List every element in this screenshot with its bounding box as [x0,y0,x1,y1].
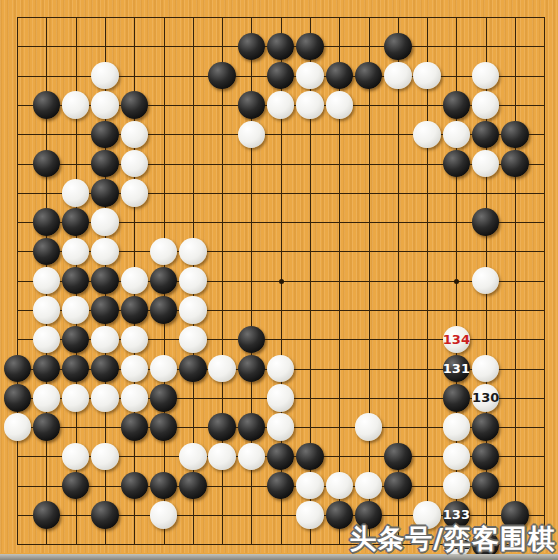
stone-black [150,413,177,440]
stone-white [443,413,470,440]
stone-white [121,121,148,148]
stone-white [267,91,294,118]
stone-black [238,326,265,353]
stone-white [208,355,235,382]
stone-white [121,384,148,411]
stone-black [33,501,60,528]
stone-white [62,179,89,206]
stone-black [33,238,60,265]
stone-black [91,501,118,528]
stone-white [238,121,265,148]
stone-black [91,150,118,177]
stone-black [150,472,177,499]
stone-white [91,443,118,470]
move-number-label: 134 [443,333,470,346]
stone-white [443,443,470,470]
stone-white [355,413,382,440]
stone-white [91,208,118,235]
stone-white-move-134: 134 [443,326,470,353]
stone-white [296,501,323,528]
stone-black [150,296,177,323]
stone-white [91,326,118,353]
stone-black [179,355,206,382]
stone-white [121,150,148,177]
watermark-text: 头条号/弈客围棋 [349,521,556,557]
stone-black [208,413,235,440]
stone-white [91,91,118,118]
stone-black [443,150,470,177]
stone-black [4,355,31,382]
stone-white [62,238,89,265]
stone-black [91,179,118,206]
stone-white [413,121,440,148]
stone-black [443,384,470,411]
go-board: 134131130133132 [0,0,558,553]
stone-black [501,121,528,148]
move-number-label: 133 [443,508,470,521]
stone-white [296,472,323,499]
stone-white [121,267,148,294]
move-number-label: 131 [443,362,470,375]
stone-white [443,472,470,499]
stone-black [384,33,411,60]
stone-black-move-131: 131 [443,355,470,382]
stone-black [91,355,118,382]
stone-black [238,91,265,118]
stone-black [384,443,411,470]
stone-black [267,62,294,89]
stone-white [62,91,89,118]
stone-white [267,413,294,440]
move-number-label: 130 [472,391,499,404]
stone-black [472,443,499,470]
stone-black [267,443,294,470]
stone-white [33,296,60,323]
stone-black [62,326,89,353]
stone-white-move-130: 130 [472,384,499,411]
stone-white [33,384,60,411]
grid-vline [544,17,545,545]
stone-white [121,355,148,382]
stone-black [121,413,148,440]
stone-black [150,384,177,411]
stone-black [91,296,118,323]
stone-black [33,413,60,440]
stone-white [91,384,118,411]
stone-black [33,91,60,118]
stone-black [4,384,31,411]
stone-white [296,62,323,89]
stone-black [472,472,499,499]
stone-black [62,355,89,382]
stone-white [472,91,499,118]
stone-black [150,267,177,294]
stone-white [91,238,118,265]
stone-black [33,355,60,382]
stone-black [121,296,148,323]
stone-white [62,443,89,470]
stone-black [472,121,499,148]
stone-black [33,150,60,177]
stone-black [472,208,499,235]
stone-white [296,91,323,118]
stone-white [179,267,206,294]
stone-white [413,62,440,89]
stone-black [121,91,148,118]
stone-white [208,443,235,470]
stone-white [472,355,499,382]
stone-white [150,501,177,528]
stone-white [179,443,206,470]
stone-white [62,296,89,323]
stone-black [179,472,206,499]
stone-black [62,472,89,499]
stone-black [267,33,294,60]
stone-white [33,326,60,353]
stone-white [121,326,148,353]
grid-vline [515,17,516,545]
stone-white [33,267,60,294]
stone-black [62,208,89,235]
stone-white [150,238,177,265]
stone-white [472,150,499,177]
stone-black [443,91,470,118]
stone-white [4,413,31,440]
stone-black [33,208,60,235]
star-point [454,279,459,284]
stone-white [267,355,294,382]
star-point [279,279,284,284]
stone-black [355,62,382,89]
stone-white [443,121,470,148]
stone-black [91,121,118,148]
stone-black [91,267,118,294]
stone-white [267,384,294,411]
stone-black [501,150,528,177]
stone-white [472,267,499,294]
stone-white [121,179,148,206]
stone-black [238,355,265,382]
stone-black [472,413,499,440]
stone-black [238,413,265,440]
stone-white [326,91,353,118]
grid-vline [369,17,370,545]
stone-white [238,443,265,470]
stone-white [326,472,353,499]
stone-black [267,472,294,499]
stone-white [150,355,177,382]
stone-white [91,62,118,89]
stone-black [326,62,353,89]
stone-white [472,62,499,89]
stone-white [179,296,206,323]
stone-white [355,472,382,499]
stone-white [384,62,411,89]
stone-white [179,238,206,265]
grid-vline [427,17,428,545]
stone-white [62,384,89,411]
stone-black [238,33,265,60]
stone-black [208,62,235,89]
stone-black [384,472,411,499]
stone-black [62,267,89,294]
stone-black [121,472,148,499]
stone-black [296,33,323,60]
stone-black [296,443,323,470]
stone-white [179,326,206,353]
